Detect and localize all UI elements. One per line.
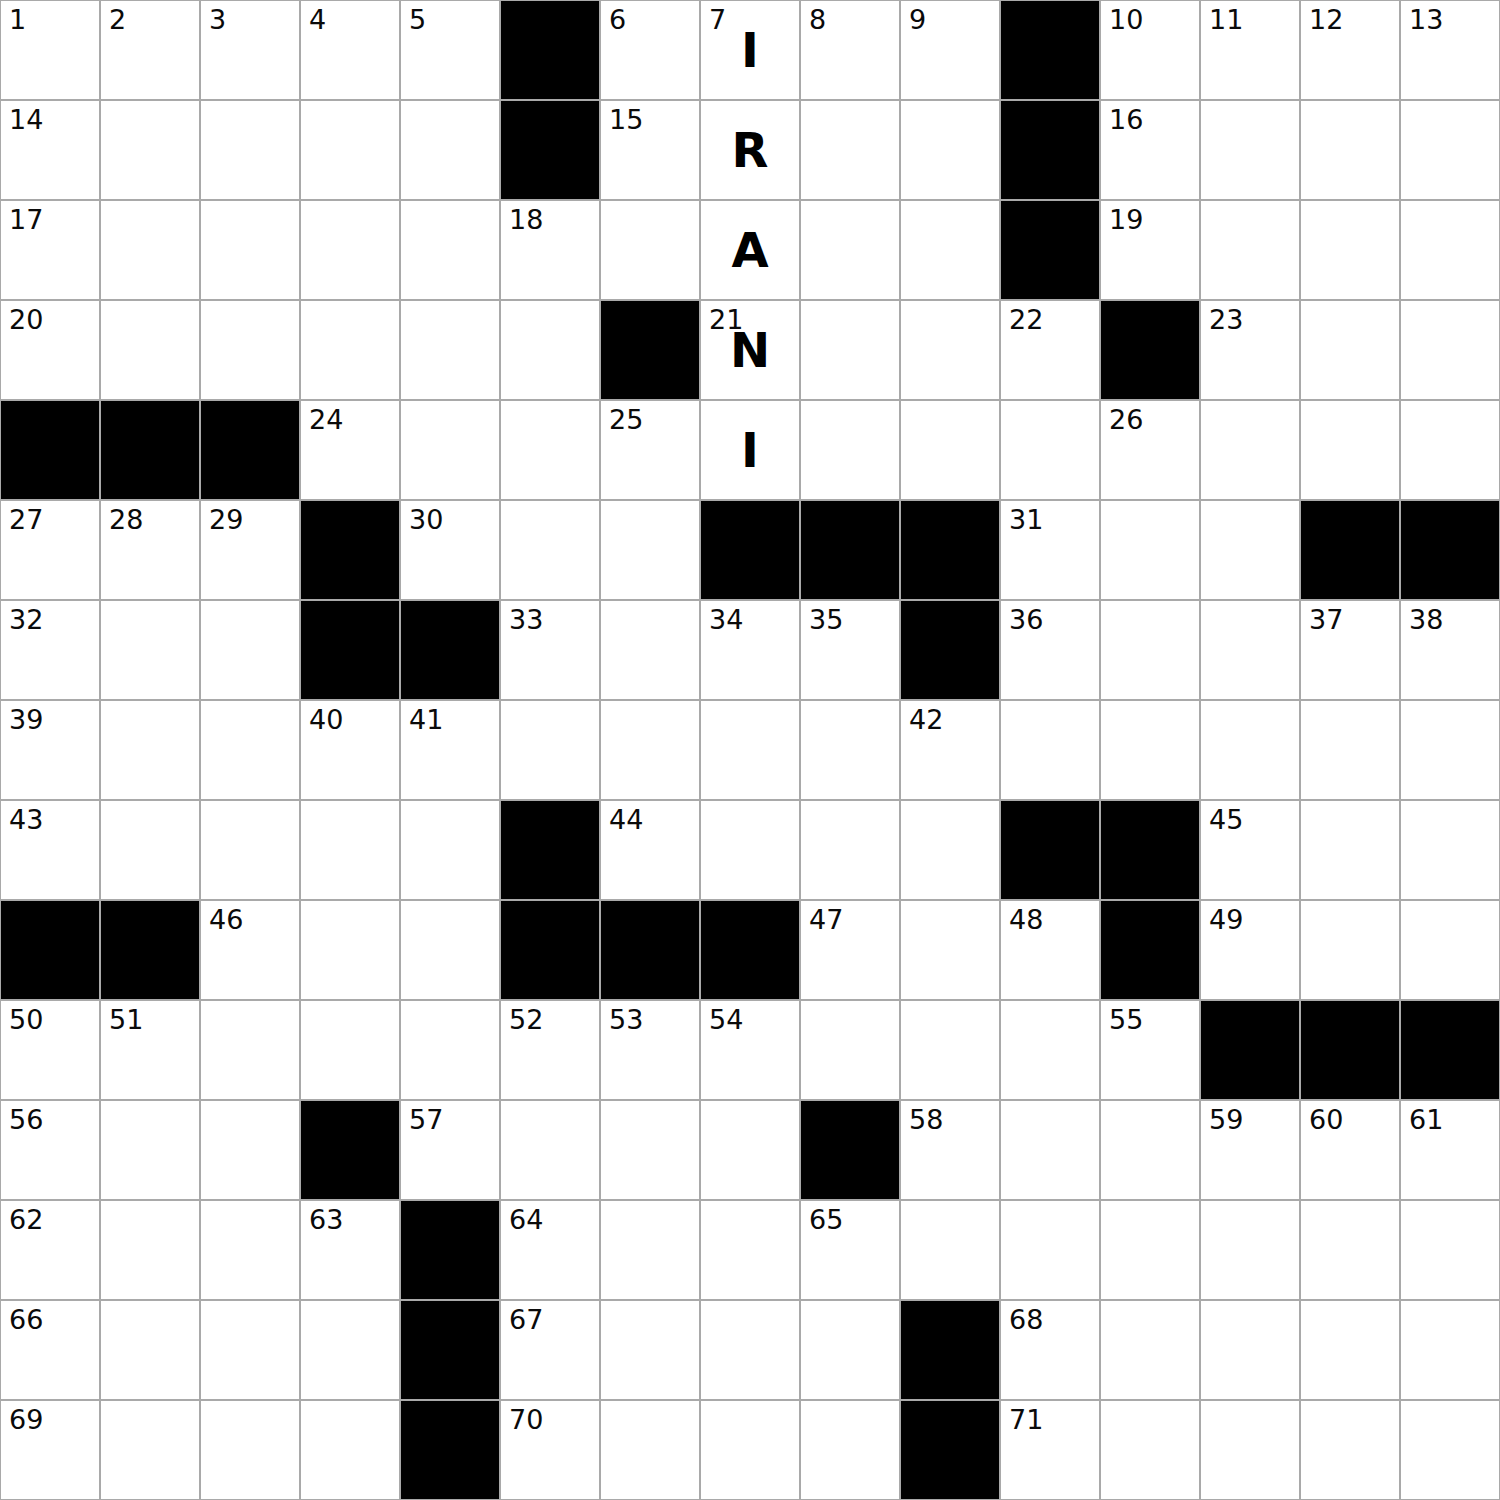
block-cell-r9c6 <box>600 900 700 1000</box>
block-cell-r14c4 <box>400 1400 500 1500</box>
cell-r10c7[interactable]: 54 <box>700 1000 800 1100</box>
cell-r10c10[interactable] <box>1000 1000 1100 1100</box>
cell-r13c8[interactable] <box>800 1300 900 1400</box>
cell-r13c7[interactable] <box>700 1300 800 1400</box>
clue-number: 53 <box>609 1006 643 1033</box>
cell-r9c3[interactable] <box>300 900 400 1000</box>
cell-r4c10[interactable] <box>1000 400 1100 500</box>
cell-r12c8[interactable]: 65 <box>800 1200 900 1300</box>
cell-r1c7[interactable]: R <box>700 100 800 200</box>
cell-r1c6[interactable]: 15 <box>600 100 700 200</box>
cell-r13c14[interactable] <box>1400 1300 1500 1400</box>
block-cell-r8c5 <box>500 800 600 900</box>
cell-r10c5[interactable]: 52 <box>500 1000 600 1100</box>
cell-r12c3[interactable]: 63 <box>300 1200 400 1300</box>
cell-r3c12[interactable]: 23 <box>1200 300 1300 400</box>
crossword-grid: 1234567I89101112131415R161718A192021N222… <box>0 0 1500 1500</box>
cell-r0c4[interactable]: 5 <box>400 0 500 100</box>
cell-r7c9[interactable]: 42 <box>900 700 1000 800</box>
cell-r5c2[interactable]: 29 <box>200 500 300 600</box>
block-cell-r11c3 <box>300 1100 400 1200</box>
cell-r12c0[interactable]: 62 <box>0 1200 100 1300</box>
block-cell-r9c7 <box>700 900 800 1000</box>
clue-number: 14 <box>9 106 43 133</box>
cell-letter: A <box>701 201 799 299</box>
clue-number: 69 <box>9 1406 43 1433</box>
block-cell-r4c2 <box>200 400 300 500</box>
cell-r0c12[interactable]: 11 <box>1200 0 1300 100</box>
block-cell-r1c5 <box>500 100 600 200</box>
cell-r1c13[interactable] <box>1300 100 1400 200</box>
block-cell-r5c8 <box>800 500 900 600</box>
cell-r6c7[interactable]: 34 <box>700 600 800 700</box>
cell-r4c5[interactable] <box>500 400 600 500</box>
cell-r11c11[interactable] <box>1100 1100 1200 1200</box>
block-cell-r1c10 <box>1000 100 1100 200</box>
block-cell-r4c1 <box>100 400 200 500</box>
cell-r12c11[interactable] <box>1100 1200 1200 1300</box>
clue-number: 59 <box>1209 1106 1243 1133</box>
clue-number: 50 <box>9 1006 43 1033</box>
clue-number: 12 <box>1309 6 1343 33</box>
cell-r5c6[interactable] <box>600 500 700 600</box>
clue-number: 49 <box>1209 906 1243 933</box>
cell-r9c10[interactable]: 48 <box>1000 900 1100 1000</box>
block-cell-r9c0 <box>0 900 100 1000</box>
clue-number: 16 <box>1109 106 1143 133</box>
cell-r4c13[interactable] <box>1300 400 1400 500</box>
cell-r6c11[interactable] <box>1100 600 1200 700</box>
block-cell-r11c8 <box>800 1100 900 1200</box>
cell-r13c13[interactable] <box>1300 1300 1400 1400</box>
cell-r7c12[interactable] <box>1200 700 1300 800</box>
cell-r11c7[interactable] <box>700 1100 800 1200</box>
cell-r12c14[interactable] <box>1400 1200 1500 1300</box>
cell-r2c5[interactable]: 18 <box>500 200 600 300</box>
cell-r9c9[interactable] <box>900 900 1000 1000</box>
cell-r6c1[interactable] <box>100 600 200 700</box>
cell-r1c14[interactable] <box>1400 100 1500 200</box>
cell-r2c4[interactable] <box>400 200 500 300</box>
cell-r2c11[interactable]: 19 <box>1100 200 1200 300</box>
clue-number: 33 <box>509 606 543 633</box>
cell-r9c14[interactable] <box>1400 900 1500 1000</box>
cell-r1c9[interactable] <box>900 100 1000 200</box>
cell-r6c0[interactable]: 32 <box>0 600 100 700</box>
clue-number: 34 <box>709 606 743 633</box>
clue-number: 41 <box>409 706 443 733</box>
cell-r0c3[interactable]: 4 <box>300 0 400 100</box>
clue-number: 43 <box>9 806 43 833</box>
cell-r7c7[interactable] <box>700 700 800 800</box>
cell-r9c13[interactable] <box>1300 900 1400 1000</box>
cell-r8c7[interactable] <box>700 800 800 900</box>
clue-number: 29 <box>209 506 243 533</box>
block-cell-r2c10 <box>1000 200 1100 300</box>
cell-r4c14[interactable] <box>1400 400 1500 500</box>
block-cell-r5c13 <box>1300 500 1400 600</box>
cell-r6c5[interactable]: 33 <box>500 600 600 700</box>
cell-r7c0[interactable]: 39 <box>0 700 100 800</box>
clue-number: 45 <box>1209 806 1243 833</box>
cell-r14c14[interactable] <box>1400 1400 1500 1500</box>
cell-r3c8[interactable] <box>800 300 900 400</box>
cell-r3c2[interactable] <box>200 300 300 400</box>
clue-number: 56 <box>9 1106 43 1133</box>
cell-r13c0[interactable]: 66 <box>0 1300 100 1400</box>
cell-r4c9[interactable] <box>900 400 1000 500</box>
cell-r13c6[interactable] <box>600 1300 700 1400</box>
cell-r1c4[interactable] <box>400 100 500 200</box>
cell-r2c2[interactable] <box>200 200 300 300</box>
clue-number: 68 <box>1009 1306 1043 1333</box>
cell-r10c9[interactable] <box>900 1000 1000 1100</box>
block-cell-r0c10 <box>1000 0 1100 100</box>
cell-r10c3[interactable] <box>300 1000 400 1100</box>
cell-r7c4[interactable]: 41 <box>400 700 500 800</box>
cell-r0c2[interactable]: 3 <box>200 0 300 100</box>
cell-r1c11[interactable]: 16 <box>1100 100 1200 200</box>
clue-number: 55 <box>1109 1006 1143 1033</box>
cell-r14c2[interactable] <box>200 1400 300 1500</box>
cell-r4c7[interactable]: I <box>700 400 800 500</box>
cell-r7c5[interactable] <box>500 700 600 800</box>
cell-r1c8[interactable] <box>800 100 900 200</box>
clue-number: 48 <box>1009 906 1043 933</box>
clue-number: 19 <box>1109 206 1143 233</box>
block-cell-r6c3 <box>300 600 400 700</box>
cell-r12c10[interactable] <box>1000 1200 1100 1300</box>
block-cell-r10c13 <box>1300 1000 1400 1100</box>
clue-number: 8 <box>809 6 826 33</box>
cell-r2c6[interactable] <box>600 200 700 300</box>
cell-r3c0[interactable]: 20 <box>0 300 100 400</box>
clue-number: 42 <box>909 706 943 733</box>
clue-number: 20 <box>9 306 43 333</box>
cell-letter: R <box>701 101 799 199</box>
cell-r11c5[interactable] <box>500 1100 600 1200</box>
block-cell-r14c9 <box>900 1400 1000 1500</box>
cell-r7c1[interactable] <box>100 700 200 800</box>
cell-r8c2[interactable] <box>200 800 300 900</box>
cell-r5c11[interactable] <box>1100 500 1200 600</box>
cell-r12c1[interactable] <box>100 1200 200 1300</box>
cell-r12c2[interactable] <box>200 1200 300 1300</box>
cell-r10c2[interactable] <box>200 1000 300 1100</box>
cell-r7c14[interactable] <box>1400 700 1500 800</box>
cell-r5c10[interactable]: 31 <box>1000 500 1100 600</box>
clue-number: 47 <box>809 906 843 933</box>
cell-letter: I <box>701 1 799 99</box>
clue-number: 27 <box>9 506 43 533</box>
clue-number: 9 <box>909 6 926 33</box>
cell-r10c6[interactable]: 53 <box>600 1000 700 1100</box>
clue-number: 38 <box>1409 606 1443 633</box>
cell-r0c11[interactable]: 10 <box>1100 0 1200 100</box>
clue-number: 54 <box>709 1006 743 1033</box>
cell-r11c6[interactable] <box>600 1100 700 1200</box>
cell-r14c5[interactable]: 70 <box>500 1400 600 1500</box>
cell-r0c7[interactable]: 7I <box>700 0 800 100</box>
cell-r0c0[interactable]: 1 <box>0 0 100 100</box>
cell-r5c0[interactable]: 27 <box>0 500 100 600</box>
clue-number: 36 <box>1009 606 1043 633</box>
cell-r3c9[interactable] <box>900 300 1000 400</box>
cell-r11c2[interactable] <box>200 1100 300 1200</box>
clue-number: 11 <box>1209 6 1243 33</box>
cell-r13c2[interactable] <box>200 1300 300 1400</box>
block-cell-r8c10 <box>1000 800 1100 900</box>
clue-number: 51 <box>109 1006 143 1033</box>
cell-r12c12[interactable] <box>1200 1200 1300 1300</box>
cell-r2c13[interactable] <box>1300 200 1400 300</box>
block-cell-r6c4 <box>400 600 500 700</box>
clue-number: 70 <box>509 1406 543 1433</box>
block-cell-r6c9 <box>900 600 1000 700</box>
block-cell-r0c5 <box>500 0 600 100</box>
block-cell-r10c14 <box>1400 1000 1500 1100</box>
block-cell-r12c4 <box>400 1200 500 1300</box>
clue-number: 46 <box>209 906 243 933</box>
cell-r1c3[interactable] <box>300 100 400 200</box>
clue-number: 44 <box>609 806 643 833</box>
cell-r3c7[interactable]: 21N <box>700 300 800 400</box>
cell-r7c6[interactable] <box>600 700 700 800</box>
clue-number: 28 <box>109 506 143 533</box>
cell-r4c12[interactable] <box>1200 400 1300 500</box>
cell-r0c1[interactable]: 2 <box>100 0 200 100</box>
cell-r11c1[interactable] <box>100 1100 200 1200</box>
clue-number: 13 <box>1409 6 1443 33</box>
clue-number: 71 <box>1009 1406 1043 1433</box>
cell-r13c3[interactable] <box>300 1300 400 1400</box>
cell-r3c3[interactable] <box>300 300 400 400</box>
cell-r2c1[interactable] <box>100 200 200 300</box>
cell-r11c10[interactable] <box>1000 1100 1100 1200</box>
cell-r8c14[interactable] <box>1400 800 1500 900</box>
cell-r0c14[interactable]: 13 <box>1400 0 1500 100</box>
clue-number: 65 <box>809 1206 843 1233</box>
cell-r8c9[interactable] <box>900 800 1000 900</box>
cell-r4c11[interactable]: 26 <box>1100 400 1200 500</box>
clue-number: 66 <box>9 1306 43 1333</box>
cell-r14c13[interactable] <box>1300 1400 1400 1500</box>
clue-number: 24 <box>309 406 343 433</box>
cell-r12c5[interactable]: 64 <box>500 1200 600 1300</box>
cell-r7c8[interactable] <box>800 700 900 800</box>
clue-number: 57 <box>409 1106 443 1133</box>
block-cell-r9c5 <box>500 900 600 1000</box>
cell-r5c1[interactable]: 28 <box>100 500 200 600</box>
cell-r6c2[interactable] <box>200 600 300 700</box>
cell-r8c1[interactable] <box>100 800 200 900</box>
cell-r8c6[interactable]: 44 <box>600 800 700 900</box>
cell-r13c10[interactable]: 68 <box>1000 1300 1100 1400</box>
cell-r2c3[interactable] <box>300 200 400 300</box>
cell-r6c6[interactable] <box>600 600 700 700</box>
clue-number: 35 <box>809 606 843 633</box>
cell-r1c2[interactable] <box>200 100 300 200</box>
clue-number: 61 <box>1409 1106 1443 1133</box>
cell-r11c12[interactable]: 59 <box>1200 1100 1300 1200</box>
clue-number: 10 <box>1109 6 1143 33</box>
block-cell-r8c11 <box>1100 800 1200 900</box>
cell-r10c1[interactable]: 51 <box>100 1000 200 1100</box>
cell-r3c5[interactable] <box>500 300 600 400</box>
cell-r14c1[interactable] <box>100 1400 200 1500</box>
cell-r7c3[interactable]: 40 <box>300 700 400 800</box>
clue-number: 25 <box>609 406 643 433</box>
clue-number: 2 <box>109 6 126 33</box>
cell-r14c8[interactable] <box>800 1400 900 1500</box>
cell-r14c6[interactable] <box>600 1400 700 1500</box>
block-cell-r5c7 <box>700 500 800 600</box>
cell-r0c13[interactable]: 12 <box>1300 0 1400 100</box>
cell-r7c2[interactable] <box>200 700 300 800</box>
cell-r9c2[interactable]: 46 <box>200 900 300 1000</box>
block-cell-r9c11 <box>1100 900 1200 1000</box>
clue-number: 22 <box>1009 306 1043 333</box>
clue-number: 1 <box>9 6 26 33</box>
cell-r1c0[interactable]: 14 <box>0 100 100 200</box>
cell-r12c9[interactable] <box>900 1200 1000 1300</box>
block-cell-r13c4 <box>400 1300 500 1400</box>
cell-r14c12[interactable] <box>1200 1400 1300 1500</box>
cell-r10c11[interactable]: 55 <box>1100 1000 1200 1100</box>
cell-r3c10[interactable]: 22 <box>1000 300 1100 400</box>
clue-number: 52 <box>509 1006 543 1033</box>
clue-number: 3 <box>209 6 226 33</box>
cell-r6c12[interactable] <box>1200 600 1300 700</box>
cell-r11c4[interactable]: 57 <box>400 1100 500 1200</box>
cell-letter: I <box>701 401 799 499</box>
cell-r11c0[interactable]: 56 <box>0 1100 100 1200</box>
clue-number: 6 <box>609 6 626 33</box>
cell-r4c3[interactable]: 24 <box>300 400 400 500</box>
cell-r2c0[interactable]: 17 <box>0 200 100 300</box>
cell-r8c8[interactable] <box>800 800 900 900</box>
cell-r8c0[interactable]: 43 <box>0 800 100 900</box>
cell-r9c12[interactable]: 49 <box>1200 900 1300 1000</box>
cell-r4c6[interactable]: 25 <box>600 400 700 500</box>
clue-number: 23 <box>1209 306 1243 333</box>
clue-number: 4 <box>309 6 326 33</box>
clue-number: 39 <box>9 706 43 733</box>
cell-r4c8[interactable] <box>800 400 900 500</box>
clue-number: 58 <box>909 1106 943 1133</box>
cell-r8c12[interactable]: 45 <box>1200 800 1300 900</box>
cell-r4c4[interactable] <box>400 400 500 500</box>
cell-r10c8[interactable] <box>800 1000 900 1100</box>
cell-r0c8[interactable]: 8 <box>800 0 900 100</box>
cell-r3c1[interactable] <box>100 300 200 400</box>
block-cell-r5c3 <box>300 500 400 600</box>
cell-r8c13[interactable] <box>1300 800 1400 900</box>
cell-r9c4[interactable] <box>400 900 500 1000</box>
block-cell-r5c14 <box>1400 500 1500 600</box>
cell-r2c8[interactable] <box>800 200 900 300</box>
clue-number: 40 <box>309 706 343 733</box>
clue-number: 15 <box>609 106 643 133</box>
clue-number: 60 <box>1309 1106 1343 1133</box>
cell-r8c3[interactable] <box>300 800 400 900</box>
cell-r5c5[interactable] <box>500 500 600 600</box>
cell-r12c7[interactable] <box>700 1200 800 1300</box>
block-cell-r13c9 <box>900 1300 1000 1400</box>
cell-r14c10[interactable]: 71 <box>1000 1400 1100 1500</box>
cell-r12c6[interactable] <box>600 1200 700 1300</box>
cell-r6c14[interactable]: 38 <box>1400 600 1500 700</box>
cell-r13c12[interactable] <box>1200 1300 1300 1400</box>
clue-number: 30 <box>409 506 443 533</box>
cell-r1c12[interactable] <box>1200 100 1300 200</box>
cell-r13c11[interactable] <box>1100 1300 1200 1400</box>
cell-r5c4[interactable]: 30 <box>400 500 500 600</box>
clue-number: 31 <box>1009 506 1043 533</box>
cell-r1c1[interactable] <box>100 100 200 200</box>
cell-r14c3[interactable] <box>300 1400 400 1500</box>
cell-r6c10[interactable]: 36 <box>1000 600 1100 700</box>
cell-r0c9[interactable]: 9 <box>900 0 1000 100</box>
cell-r2c14[interactable] <box>1400 200 1500 300</box>
clue-number: 17 <box>9 206 43 233</box>
block-cell-r3c6 <box>600 300 700 400</box>
block-cell-r5c9 <box>900 500 1000 600</box>
cell-r9c8[interactable]: 47 <box>800 900 900 1000</box>
block-cell-r4c0 <box>0 400 100 500</box>
cell-r14c0[interactable]: 69 <box>0 1400 100 1500</box>
cell-r3c14[interactable] <box>1400 300 1500 400</box>
cell-letter: N <box>701 301 799 399</box>
cell-r2c12[interactable] <box>1200 200 1300 300</box>
cell-r2c7[interactable]: A <box>700 200 800 300</box>
cell-r5c12[interactable] <box>1200 500 1300 600</box>
cell-r14c11[interactable] <box>1100 1400 1200 1500</box>
cell-r6c8[interactable]: 35 <box>800 600 900 700</box>
clue-number: 63 <box>309 1206 343 1233</box>
block-cell-r10c12 <box>1200 1000 1300 1100</box>
cell-r11c13[interactable]: 60 <box>1300 1100 1400 1200</box>
cell-r10c4[interactable] <box>400 1000 500 1100</box>
cell-r7c10[interactable] <box>1000 700 1100 800</box>
clue-number: 18 <box>509 206 543 233</box>
clue-number: 5 <box>409 6 426 33</box>
clue-number: 62 <box>9 1206 43 1233</box>
cell-r11c14[interactable]: 61 <box>1400 1100 1500 1200</box>
cell-r3c4[interactable] <box>400 300 500 400</box>
cell-r0c6[interactable]: 6 <box>600 0 700 100</box>
clue-number: 64 <box>509 1206 543 1233</box>
cell-r14c7[interactable] <box>700 1400 800 1500</box>
block-cell-r3c11 <box>1100 300 1200 400</box>
clue-number: 67 <box>509 1306 543 1333</box>
cell-r10c0[interactable]: 50 <box>0 1000 100 1100</box>
cell-r7c13[interactable] <box>1300 700 1400 800</box>
clue-number: 32 <box>9 606 43 633</box>
cell-r12c13[interactable] <box>1300 1200 1400 1300</box>
clue-number: 37 <box>1309 606 1343 633</box>
cell-r11c9[interactable]: 58 <box>900 1100 1000 1200</box>
cell-r13c1[interactable] <box>100 1300 200 1400</box>
cell-r2c9[interactable] <box>900 200 1000 300</box>
cell-r13c5[interactable]: 67 <box>500 1300 600 1400</box>
block-cell-r9c1 <box>100 900 200 1000</box>
cell-r8c4[interactable] <box>400 800 500 900</box>
cell-r3c13[interactable] <box>1300 300 1400 400</box>
cell-r7c11[interactable] <box>1100 700 1200 800</box>
clue-number: 26 <box>1109 406 1143 433</box>
cell-r6c13[interactable]: 37 <box>1300 600 1400 700</box>
